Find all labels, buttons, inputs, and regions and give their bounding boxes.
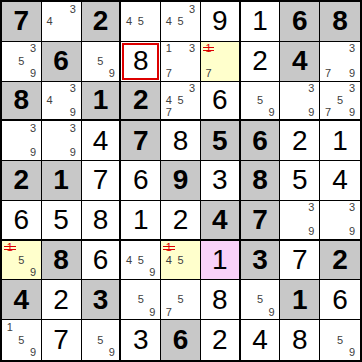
candidate-mark: 3 <box>67 3 79 15</box>
cell-r9c7[interactable]: 4 <box>241 320 281 360</box>
pencil-marks: 59 <box>241 82 280 120</box>
entered-digit: 3 <box>212 166 228 194</box>
candidate-mark: 5 <box>16 55 28 67</box>
entered-digit: 5 <box>53 206 69 234</box>
candidate-mark: 9 <box>346 346 358 359</box>
cell-r6c4[interactable]: 1 <box>121 201 161 241</box>
candidate-mark: 3 <box>186 83 198 95</box>
pencil-marks: 3457 <box>161 82 200 120</box>
candidate-mark: 3 <box>346 202 358 214</box>
cell-r5c6[interactable]: 3 <box>201 161 241 201</box>
entered-digit: 2 <box>212 326 228 354</box>
candidate-mark: 9 <box>306 226 318 238</box>
cell-r7c1[interactable]: 159 <box>2 241 42 281</box>
given-digit: 6 <box>173 326 189 354</box>
candidate-mark-struck: 1 <box>203 43 214 55</box>
candidate-mark: 4 <box>44 94 56 106</box>
cell-r4c1[interactable]: 39 <box>2 121 42 161</box>
cell-r5c8[interactable]: 5 <box>280 161 320 201</box>
entered-digit: 1 <box>212 246 228 274</box>
entered-digit: 7 <box>93 166 109 194</box>
cell-r2c7[interactable]: 2 <box>241 42 281 82</box>
cell-r7c3[interactable]: 6 <box>82 241 122 281</box>
entered-digit: 8 <box>133 47 149 75</box>
cell-r7c2[interactable]: 8 <box>42 241 82 281</box>
entered-digit: 6 <box>212 86 228 114</box>
given-digit: 4 <box>212 206 228 234</box>
candidate-mark: 3 <box>186 43 198 55</box>
cell-r4c5[interactable]: 8 <box>161 121 201 161</box>
candidate-mark: 5 <box>16 334 28 347</box>
cell-r6c7[interactable]: 7 <box>241 201 281 241</box>
entered-digit: 8 <box>292 326 308 354</box>
candidate-mark: 1 <box>4 321 16 334</box>
pencil-marks: 39 <box>42 121 81 160</box>
cell-r6c9[interactable]: 39 <box>320 201 360 241</box>
candidate-mark: 1 <box>163 43 175 55</box>
candidate-mark: 9 <box>306 106 318 118</box>
candidate-mark: 4 <box>123 254 135 266</box>
cell-r1c3[interactable]: 2 <box>82 2 122 42</box>
given-digit: 5 <box>212 127 228 155</box>
candidate-mark: 5 <box>95 55 106 67</box>
entered-digit: 1 <box>133 206 149 234</box>
cell-r5c1[interactable]: 2 <box>2 161 42 201</box>
cell-r5c4[interactable]: 6 <box>121 161 161 201</box>
candidate-mark: 9 <box>67 106 79 118</box>
pencil-marks: 34 <box>42 2 81 41</box>
pencil-marks: 39 <box>2 121 41 160</box>
pencil-marks: 137 <box>161 42 200 81</box>
pencil-marks: 39 <box>280 201 319 239</box>
given-digit: 6 <box>53 47 69 75</box>
entered-digit: 6 <box>93 246 109 274</box>
candidate-mark: 5 <box>175 15 187 27</box>
candidate-mark: 4 <box>44 15 56 27</box>
cell-r7c5[interactable]: 145 <box>161 241 201 281</box>
cell-r1c7[interactable]: 1 <box>241 2 281 42</box>
pencil-marks: 39 <box>280 82 319 120</box>
cell-r4c2[interactable]: 39 <box>42 121 82 161</box>
pencil-marks: 57 <box>161 280 200 319</box>
candidate-mark: 5 <box>334 94 346 106</box>
candidate-mark: 5 <box>254 94 266 106</box>
pencil-marks: 459 <box>121 241 160 280</box>
pencil-marks: 45 <box>121 2 160 41</box>
candidate-mark: 4 <box>123 15 135 27</box>
candidate-mark-struck: 1 <box>163 242 175 254</box>
given-digit: 7 <box>133 127 149 155</box>
cell-r9c4[interactable]: 3 <box>121 320 161 360</box>
given-digit: 6 <box>252 127 268 155</box>
pencil-marks: 159 <box>2 320 41 360</box>
cell-r7c6[interactable]: 1 <box>201 241 241 281</box>
entered-digit: 2 <box>173 206 189 234</box>
given-digit: 7 <box>252 206 268 234</box>
cell-r1c5[interactable]: 345 <box>161 2 201 42</box>
candidate-mark: 5 <box>95 334 106 347</box>
cell-r3c6[interactable]: 6 <box>201 82 241 122</box>
entered-digit: 7 <box>292 246 308 274</box>
candidate-mark: 5 <box>175 294 187 306</box>
candidate-mark: 7 <box>163 106 175 118</box>
candidate-mark: 5 <box>175 94 187 106</box>
entered-digit: 6 <box>14 206 30 234</box>
cell-r6c6[interactable]: 4 <box>201 201 241 241</box>
cell-r9c6[interactable]: 2 <box>201 320 241 360</box>
candidate-mark: 3 <box>27 43 39 55</box>
candidate-mark: 3 <box>306 202 318 214</box>
cell-r2c9[interactable]: 379 <box>320 42 360 82</box>
entered-digit: 8 <box>173 127 189 155</box>
cell-r2c1[interactable]: 359 <box>2 42 42 82</box>
candidate-mark: 7 <box>163 67 175 79</box>
cell-r4c9[interactable]: 1 <box>320 121 360 161</box>
candidate-mark: 9 <box>266 106 278 118</box>
cell-r1c9[interactable]: 8 <box>320 2 360 42</box>
cell-r7c4[interactable]: 459 <box>121 241 161 281</box>
cell-r3c4[interactable]: 2 <box>121 82 161 122</box>
given-digit: 9 <box>173 166 189 194</box>
candidate-mark: 5 <box>135 254 147 266</box>
candidate-mark: 9 <box>147 306 159 318</box>
given-digit: 1 <box>292 286 308 314</box>
cell-r5c5[interactable]: 9 <box>161 161 201 201</box>
pencil-marks: 59 <box>82 42 120 81</box>
candidate-mark: 3 <box>67 122 79 134</box>
cell-r6c5[interactable]: 2 <box>161 201 201 241</box>
candidate-mark: 9 <box>27 67 39 79</box>
cell-r5c7[interactable]: 8 <box>241 161 281 201</box>
entered-digit: 6 <box>332 286 348 314</box>
candidate-mark: 7 <box>203 67 214 79</box>
candidate-mark: 9 <box>106 346 117 359</box>
candidate-mark: 3 <box>186 3 198 15</box>
given-digit: 8 <box>252 166 268 194</box>
cell-r8c9[interactable]: 6 <box>320 280 360 320</box>
cell-r9c5[interactable]: 6 <box>161 320 201 360</box>
cell-r6c8[interactable]: 39 <box>280 201 320 241</box>
given-digit: 2 <box>14 166 30 194</box>
pencil-marks: 3579 <box>320 82 360 120</box>
entered-digit: 4 <box>332 166 348 194</box>
cell-r1c2[interactable]: 34 <box>42 2 82 42</box>
pencil-marks: 359 <box>2 42 41 81</box>
entered-digit: 2 <box>252 47 268 75</box>
cell-r8c4[interactable]: 59 <box>121 280 161 320</box>
cell-r2c6[interactable]: 17 <box>201 42 241 82</box>
cell-r6c3[interactable]: 8 <box>82 201 122 241</box>
pencil-marks: 17 <box>201 42 239 81</box>
entered-digit: 9 <box>212 7 228 35</box>
sudoku-board: 7342453459168359659813717243798349123457… <box>0 0 362 362</box>
cell-r9c3[interactable]: 59 <box>82 320 122 360</box>
given-digit: 8 <box>14 86 30 114</box>
given-digit: 3 <box>93 286 109 314</box>
candidate-mark: 5 <box>135 15 147 27</box>
candidate-mark: 9 <box>27 346 39 359</box>
cell-r9c8[interactable]: 8 <box>280 320 320 360</box>
cell-r2c3[interactable]: 59 <box>82 42 122 82</box>
given-digit: 7 <box>14 7 30 35</box>
entered-digit: 2 <box>292 127 308 155</box>
pencil-marks: 39 <box>320 201 360 239</box>
pencil-marks: 59 <box>241 280 280 319</box>
candidate-mark: 5 <box>175 254 187 266</box>
entered-digit: 8 <box>93 206 109 234</box>
cell-r3c1[interactable]: 8 <box>2 82 42 122</box>
cell-r8c1[interactable]: 4 <box>2 280 42 320</box>
given-digit: 2 <box>133 86 149 114</box>
candidate-mark: 4 <box>163 15 175 27</box>
cell-r9c9[interactable]: 59 <box>320 320 360 360</box>
candidate-mark: 5 <box>135 294 147 306</box>
pencil-marks: 345 <box>161 2 200 41</box>
cell-r8c7[interactable]: 59 <box>241 280 281 320</box>
candidate-mark: 3 <box>67 83 79 95</box>
candidate-mark: 9 <box>27 266 39 278</box>
given-digit: 6 <box>292 7 308 35</box>
cell-r2c2[interactable]: 6 <box>42 42 82 82</box>
pencil-marks: 145 <box>161 241 200 280</box>
cell-r3c2[interactable]: 349 <box>42 82 82 122</box>
cell-r5c9[interactable]: 4 <box>320 161 360 201</box>
entered-digit: 8 <box>212 286 228 314</box>
given-digit: 3 <box>252 246 268 274</box>
candidate-mark: 5 <box>254 294 266 306</box>
cell-r2c4[interactable]: 8 <box>121 42 161 82</box>
candidate-mark: 9 <box>67 147 79 159</box>
cell-r4c8[interactable]: 2 <box>280 121 320 161</box>
entered-digit: 1 <box>332 127 348 155</box>
cell-r8c8[interactable]: 1 <box>280 280 320 320</box>
pencil-marks: 59 <box>320 320 360 360</box>
cell-r4c7[interactable]: 6 <box>241 121 281 161</box>
entered-digit: 1 <box>252 7 268 35</box>
entered-digit: 4 <box>252 326 268 354</box>
candidate-mark: 9 <box>346 106 358 118</box>
given-digit: 4 <box>14 286 30 314</box>
candidate-mark: 3 <box>346 43 358 55</box>
cell-r8c6[interactable]: 8 <box>201 280 241 320</box>
given-digit: 1 <box>93 86 109 114</box>
given-digit: 4 <box>292 47 308 75</box>
candidate-mark: 9 <box>346 67 358 79</box>
given-digit: 1 <box>53 166 69 194</box>
cell-r6c2[interactable]: 5 <box>42 201 82 241</box>
cell-r1c4[interactable]: 45 <box>121 2 161 42</box>
cell-r3c5[interactable]: 3457 <box>161 82 201 122</box>
given-digit: 8 <box>53 246 69 274</box>
candidate-mark: 9 <box>27 147 39 159</box>
cell-r1c1[interactable]: 7 <box>2 2 42 42</box>
candidate-mark: 9 <box>266 306 278 318</box>
cell-r4c4[interactable]: 7 <box>121 121 161 161</box>
cell-r8c5[interactable]: 57 <box>161 280 201 320</box>
cell-r5c2[interactable]: 1 <box>42 161 82 201</box>
pencil-marks: 349 <box>42 82 81 120</box>
entered-digit: 7 <box>53 326 69 354</box>
cell-r2c8[interactable]: 4 <box>280 42 320 82</box>
cell-r4c6[interactable]: 5 <box>201 121 241 161</box>
pencil-marks: 59 <box>82 320 120 360</box>
entered-digit: 5 <box>292 166 308 194</box>
candidate-mark-struck: 1 <box>4 242 16 254</box>
cell-r7c8[interactable]: 7 <box>280 241 320 281</box>
cell-r9c1[interactable]: 159 <box>2 320 42 360</box>
cell-r1c6[interactable]: 9 <box>201 2 241 42</box>
candidate-mark: 3 <box>346 83 358 95</box>
cell-r6c1[interactable]: 6 <box>2 201 42 241</box>
candidate-mark: 9 <box>106 67 117 79</box>
cell-r2c5[interactable]: 137 <box>161 42 201 82</box>
cell-r3c9[interactable]: 3579 <box>320 82 360 122</box>
cell-r7c7[interactable]: 3 <box>241 241 281 281</box>
given-digit: 2 <box>332 246 348 274</box>
candidate-mark: 4 <box>163 94 175 106</box>
pencil-marks: 379 <box>320 42 360 81</box>
cell-r5c3[interactable]: 7 <box>82 161 122 201</box>
cell-r9c2[interactable]: 7 <box>42 320 82 360</box>
cell-r7c9[interactable]: 2 <box>320 241 360 281</box>
candidate-mark: 3 <box>306 83 318 95</box>
cell-r1c8[interactable]: 6 <box>280 2 320 42</box>
candidate-mark: 7 <box>163 306 175 318</box>
candidate-mark: 9 <box>346 226 358 238</box>
cell-r4c3[interactable]: 4 <box>82 121 122 161</box>
pencil-marks: 59 <box>121 280 160 319</box>
cell-r3c7[interactable]: 59 <box>241 82 281 122</box>
entered-digit: 3 <box>133 326 149 354</box>
candidate-mark: 4 <box>163 254 175 266</box>
pencil-marks: 159 <box>2 241 41 280</box>
entered-digit: 2 <box>53 286 69 314</box>
candidate-mark: 3 <box>27 122 39 134</box>
entered-digit: 4 <box>93 127 109 155</box>
entered-digit: 6 <box>133 166 149 194</box>
cell-r8c3[interactable]: 3 <box>82 280 122 320</box>
candidate-mark: 5 <box>334 334 346 347</box>
given-digit: 2 <box>93 7 109 35</box>
candidate-mark: 7 <box>322 67 334 79</box>
cell-r8c2[interactable]: 2 <box>42 280 82 320</box>
candidate-mark: 7 <box>322 106 334 118</box>
given-digit: 8 <box>332 7 348 35</box>
candidate-mark: 9 <box>147 266 159 278</box>
cell-r3c3[interactable]: 1 <box>82 82 122 122</box>
cell-r3c8[interactable]: 39 <box>280 82 320 122</box>
candidate-mark: 5 <box>16 254 28 266</box>
